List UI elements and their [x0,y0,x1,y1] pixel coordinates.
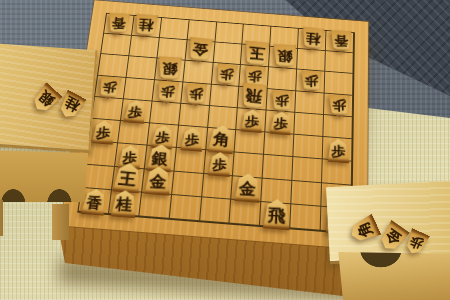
shogi-piece-lance[interactable]: 香 [106,12,131,36]
piece-face: 角 [207,124,236,154]
shogi-piece-pawn[interactable]: 歩 [240,109,264,134]
shogi-piece-silver[interactable]: 銀 [271,44,297,70]
captured-piece-gold[interactable]: 金 [381,224,405,251]
piece-face: 歩 [327,138,350,163]
shogi-piece-rook[interactable]: 飛 [239,82,267,111]
piece-face: 香 [106,13,131,36]
piece-kanji: 金 [383,226,404,247]
piece-kanji: 歩 [189,87,203,100]
shogi-piece-pawn[interactable]: 歩 [155,80,180,104]
komadai-right-front [336,252,450,300]
piece-kanji: 角 [212,132,230,149]
shogi-piece-rook[interactable]: 飛 [262,198,292,230]
piece-face: 歩 [184,83,207,107]
piece-face: 飛 [262,198,291,230]
piece-face: 歩 [240,109,264,134]
shogi-piece-knight[interactable]: 桂 [110,189,139,218]
piece-kanji: 歩 [275,94,289,107]
piece-face: 歩 [271,89,294,113]
shogi-piece-silver[interactable]: 銀 [156,56,184,83]
piece-kanji: 桂 [305,31,320,45]
piece-kanji: 桂 [138,18,154,32]
piece-kanji: 歩 [128,106,144,120]
shogi-piece-pawn[interactable]: 歩 [184,82,208,106]
komadai-left-leg [0,200,3,236]
komadai-left-leg [52,204,69,240]
piece-kanji: 歩 [154,130,170,144]
piece-face: 歩 [402,228,430,258]
piece-kanji: 歩 [212,158,227,172]
captured-piece-knight[interactable]: 桂 [60,93,83,118]
piece-face: 歩 [301,70,323,93]
piece-face: 金 [233,173,261,203]
piece-face: 桂 [55,89,87,122]
piece-kanji: 歩 [184,133,199,147]
piece-kanji: 歩 [333,98,347,111]
shogi-piece-pawn[interactable]: 歩 [97,76,122,100]
shogi-piece-knight[interactable]: 桂 [301,27,325,52]
shogi-piece-pawn[interactable]: 歩 [327,138,350,163]
shogi-piece-pawn[interactable]: 歩 [215,63,239,87]
piece-face: 金 [186,36,214,63]
shogi-piece-pawn[interactable]: 歩 [328,93,351,117]
shogi-piece-gold[interactable]: 金 [186,37,213,64]
komadai-left-apron [0,150,88,202]
piece-face: 香 [330,30,353,54]
piece-kanji: 歩 [332,144,346,158]
shogi-piece-bishop[interactable]: 角 [207,124,236,154]
shogi-piece-pawn[interactable]: 歩 [123,99,148,124]
piece-face: 銀 [272,44,297,70]
piece-kanji: 桂 [62,95,81,114]
piece-kanji: 歩 [248,70,262,83]
piece-kanji: 歩 [245,115,260,129]
piece-face: 歩 [91,120,116,144]
piece-face: 桂 [110,189,138,218]
piece-kanji: 香 [111,17,126,30]
piece-face: 歩 [179,126,203,151]
piece-kanji: 金 [149,174,167,190]
piece-kanji: 銀 [162,61,178,75]
shogi-piece-king[interactable]: 玉 [242,40,270,68]
board-pieces-layer: 香桂桂香金玉銀銀歩歩歩歩歩歩飛歩歩歩歩歩歩歩歩角歩歩銀歩王金金香桂飛香 [60,0,368,249]
piece-face: 金 [143,166,172,196]
shogi-piece-pawn[interactable]: 歩 [300,70,323,94]
piece-kanji: 香 [85,195,103,211]
piece-kanji: 飛 [267,206,285,224]
shogi-board: 香桂桂香金玉銀銀歩歩歩歩歩歩飛歩歩歩歩歩歩歩歩角歩歩銀歩王金金香桂飛香 [60,0,368,249]
piece-face: 歩 [155,80,180,104]
piece-kanji: 歩 [96,126,111,140]
shogi-piece-knight[interactable]: 桂 [133,13,159,38]
piece-kanji: 銀 [36,88,56,108]
piece-kanji: 歩 [305,74,319,87]
piece-face: 歩 [328,94,351,118]
captured-piece-pawn[interactable]: 歩 [406,231,427,254]
piece-face: 銀 [156,56,183,82]
piece-kanji: 飛 [245,87,263,104]
piece-face: 玉 [242,40,270,68]
piece-kanji: 金 [192,42,209,57]
piece-face: 桂 [301,26,326,51]
piece-face: 歩 [123,99,149,124]
shogi-photo-scene: 香桂桂香金玉銀銀歩歩歩歩歩歩飛歩歩歩歩歩歩歩歩角歩歩銀歩王金金香桂飛香 銀桂角金… [0,0,450,300]
piece-kanji: 玉 [248,45,265,61]
piece-kanji: 歩 [408,233,425,250]
captured-piece-silver[interactable]: 銀 [34,86,57,112]
piece-kanji: 桂 [116,196,133,212]
shogi-piece-gold[interactable]: 金 [233,173,262,203]
shogi-piece-pawn[interactable]: 歩 [269,111,293,136]
shogi-piece-lance[interactable]: 香 [329,30,352,54]
piece-face: 桂 [133,13,159,38]
piece-kanji: 王 [118,170,137,188]
piece-kanji: 銀 [277,49,292,63]
piece-kanji: 歩 [102,80,118,94]
piece-face: 歩 [207,151,231,176]
shogi-piece-pawn[interactable]: 歩 [179,126,204,151]
board-top-face: 香桂桂香金玉銀銀歩歩歩歩歩歩飛歩歩歩歩歩歩歩歩角歩歩銀歩王金金香桂飛香 [60,0,368,249]
piece-kanji: 歩 [219,67,234,81]
shogi-piece-pawn[interactable]: 歩 [207,151,232,177]
piece-face: 歩 [269,110,293,135]
piece-kanji: 角 [355,219,375,239]
piece-kanji: 香 [334,34,348,47]
piece-kanji: 金 [239,181,256,198]
piece-kanji: 銀 [151,151,169,167]
piece-face: 飛 [239,82,268,112]
shogi-piece-gold[interactable]: 金 [143,166,173,196]
piece-face: 歩 [214,63,238,87]
piece-kanji: 歩 [160,84,175,98]
shogi-piece-pawn[interactable]: 歩 [91,119,117,144]
captured-piece-bishop[interactable]: 角 [352,216,376,243]
shogi-piece-pawn[interactable]: 歩 [270,89,293,113]
komadai-right-top [326,181,450,264]
piece-kanji: 歩 [273,117,288,131]
piece-face: 歩 [97,75,123,100]
